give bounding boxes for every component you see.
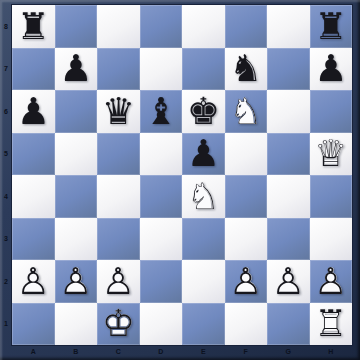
square-h4[interactable] [310, 175, 353, 218]
square-e1[interactable] [182, 303, 225, 346]
white-pawn-piece[interactable]: ♟♙ [267, 260, 310, 303]
file-label-a: A [12, 345, 55, 358]
square-a1[interactable] [12, 303, 55, 346]
square-d6[interactable]: ♝ [140, 90, 183, 133]
square-d2[interactable] [140, 260, 183, 303]
square-c2[interactable]: ♟♙ [97, 260, 140, 303]
square-d4[interactable] [140, 175, 183, 218]
square-c3[interactable] [97, 218, 140, 261]
file-labels: A B C D E F G H [12, 345, 352, 358]
square-h8[interactable]: ♜ [310, 5, 353, 48]
square-b8[interactable] [55, 5, 98, 48]
square-b7[interactable]: ♟ [55, 48, 98, 91]
file-label-g: G [267, 345, 310, 358]
square-f8[interactable] [225, 5, 268, 48]
square-g7[interactable] [267, 48, 310, 91]
rank-label-7: 7 [0, 48, 12, 91]
white-king-outline-glyph: ♔ [97, 303, 140, 346]
black-rook-piece[interactable]: ♜ [12, 5, 55, 48]
white-rook-outline-glyph: ♖ [310, 303, 353, 346]
white-knight-piece[interactable]: ♞♘ [225, 90, 268, 133]
black-bishop-piece[interactable]: ♝ [140, 90, 183, 133]
file-label-h: H [310, 345, 353, 358]
square-c5[interactable] [97, 133, 140, 176]
black-queen-glyph: ♛ [97, 90, 140, 133]
square-c1[interactable]: ♚♔ [97, 303, 140, 346]
rank-label-3: 3 [0, 218, 12, 261]
file-label-c: C [97, 345, 140, 358]
black-pawn-piece[interactable]: ♟ [182, 133, 225, 176]
square-d5[interactable] [140, 133, 183, 176]
square-e5[interactable]: ♟ [182, 133, 225, 176]
file-label-f: F [225, 345, 268, 358]
white-pawn-outline-glyph: ♙ [12, 260, 55, 303]
square-f7[interactable]: ♞ [225, 48, 268, 91]
chess-board: ♜♜♟♞♟♟♛♝♚♞♘♟♛♕♞♘♟♙♟♙♟♙♟♙♟♙♟♙♚♔♜♖ [12, 5, 352, 345]
black-pawn-piece[interactable]: ♟ [55, 48, 98, 91]
square-b6[interactable] [55, 90, 98, 133]
square-f4[interactable] [225, 175, 268, 218]
square-a2[interactable]: ♟♙ [12, 260, 55, 303]
white-pawn-outline-glyph: ♙ [267, 260, 310, 303]
white-queen-outline-glyph: ♕ [310, 133, 353, 176]
black-rook-glyph: ♜ [12, 5, 55, 48]
rank-label-1: 1 [0, 303, 12, 346]
file-label-d: D [140, 345, 183, 358]
square-b4[interactable] [55, 175, 98, 218]
square-c8[interactable] [97, 5, 140, 48]
square-b1[interactable] [55, 303, 98, 346]
white-knight-outline-glyph: ♘ [225, 90, 268, 133]
rank-label-2: 2 [0, 260, 12, 303]
black-king-piece[interactable]: ♚ [182, 90, 225, 133]
white-knight-piece[interactable]: ♞♘ [182, 175, 225, 218]
square-h3[interactable] [310, 218, 353, 261]
file-label-b: B [55, 345, 98, 358]
rank-label-4: 4 [0, 175, 12, 218]
black-rook-glyph: ♜ [310, 5, 353, 48]
black-pawn-piece[interactable]: ♟ [310, 48, 353, 91]
black-pawn-glyph: ♟ [182, 133, 225, 176]
square-d7[interactable] [140, 48, 183, 91]
square-g4[interactable] [267, 175, 310, 218]
square-a3[interactable] [12, 218, 55, 261]
square-d3[interactable] [140, 218, 183, 261]
white-pawn-piece[interactable]: ♟♙ [12, 260, 55, 303]
square-g6[interactable] [267, 90, 310, 133]
square-c4[interactable] [97, 175, 140, 218]
square-b2[interactable]: ♟♙ [55, 260, 98, 303]
square-e7[interactable] [182, 48, 225, 91]
rank-labels: 8 7 6 5 4 3 2 1 [0, 5, 12, 345]
rank-label-6: 6 [0, 90, 12, 133]
square-e3[interactable] [182, 218, 225, 261]
rank-label-8: 8 [0, 5, 12, 48]
square-a5[interactable] [12, 133, 55, 176]
square-e8[interactable] [182, 5, 225, 48]
black-knight-piece[interactable]: ♞ [225, 48, 268, 91]
square-e6[interactable]: ♚ [182, 90, 225, 133]
square-g3[interactable] [267, 218, 310, 261]
square-a4[interactable] [12, 175, 55, 218]
square-f5[interactable] [225, 133, 268, 176]
white-pawn-piece[interactable]: ♟♙ [55, 260, 98, 303]
square-c6[interactable]: ♛ [97, 90, 140, 133]
square-a8[interactable]: ♜ [12, 5, 55, 48]
white-pawn-piece[interactable]: ♟♙ [310, 260, 353, 303]
square-e4[interactable]: ♞♘ [182, 175, 225, 218]
black-knight-glyph: ♞ [225, 48, 268, 91]
white-pawn-piece[interactable]: ♟♙ [225, 260, 268, 303]
square-a7[interactable] [12, 48, 55, 91]
white-pawn-outline-glyph: ♙ [225, 260, 268, 303]
square-g2[interactable]: ♟♙ [267, 260, 310, 303]
black-pawn-piece[interactable]: ♟ [12, 90, 55, 133]
white-queen-piece[interactable]: ♛♕ [310, 133, 353, 176]
white-pawn-outline-glyph: ♙ [97, 260, 140, 303]
square-f1[interactable] [225, 303, 268, 346]
square-b3[interactable] [55, 218, 98, 261]
square-f3[interactable] [225, 218, 268, 261]
square-g8[interactable] [267, 5, 310, 48]
white-knight-outline-glyph: ♘ [182, 175, 225, 218]
white-pawn-outline-glyph: ♙ [55, 260, 98, 303]
square-d8[interactable] [140, 5, 183, 48]
square-g1[interactable] [267, 303, 310, 346]
black-rook-piece[interactable]: ♜ [310, 5, 353, 48]
square-h2[interactable]: ♟♙ [310, 260, 353, 303]
black-bishop-glyph: ♝ [140, 90, 183, 133]
white-rook-piece[interactable]: ♜♖ [310, 303, 353, 346]
square-h6[interactable] [310, 90, 353, 133]
black-king-glyph: ♚ [182, 90, 225, 133]
square-g5[interactable] [267, 133, 310, 176]
square-f2[interactable]: ♟♙ [225, 260, 268, 303]
square-f6[interactable]: ♞♘ [225, 90, 268, 133]
square-c7[interactable] [97, 48, 140, 91]
square-d1[interactable] [140, 303, 183, 346]
white-pawn-outline-glyph: ♙ [310, 260, 353, 303]
square-h5[interactable]: ♛♕ [310, 133, 353, 176]
square-h7[interactable]: ♟ [310, 48, 353, 91]
file-label-e: E [182, 345, 225, 358]
square-a6[interactable]: ♟ [12, 90, 55, 133]
black-queen-piece[interactable]: ♛ [97, 90, 140, 133]
black-pawn-glyph: ♟ [55, 48, 98, 91]
board-frame: 8 7 6 5 4 3 2 1 ♜♜♟♞♟♟♛♝♚♞♘♟♛♕♞♘♟♙♟♙♟♙♟♙… [0, 0, 360, 360]
white-pawn-piece[interactable]: ♟♙ [97, 260, 140, 303]
rank-label-5: 5 [0, 133, 12, 176]
black-pawn-glyph: ♟ [310, 48, 353, 91]
square-b5[interactable] [55, 133, 98, 176]
square-e2[interactable] [182, 260, 225, 303]
square-h1[interactable]: ♜♖ [310, 303, 353, 346]
black-pawn-glyph: ♟ [12, 90, 55, 133]
white-king-piece[interactable]: ♚♔ [97, 303, 140, 346]
